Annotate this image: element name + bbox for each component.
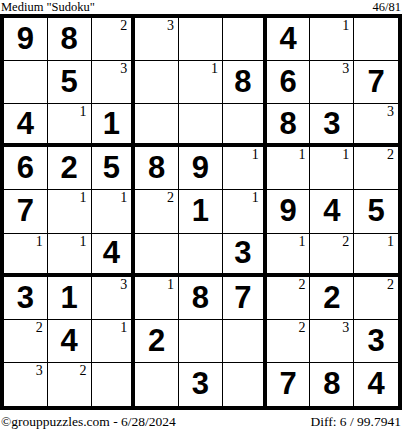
pencil-mark: 2	[80, 363, 87, 379]
cell-r4c5[interactable]: 9	[179, 147, 223, 190]
cell-r8c1[interactable]: 2	[4, 320, 48, 363]
placed-digit: 1	[179, 190, 222, 232]
placed-digit: 7	[354, 61, 398, 103]
pencil-mark: 2	[298, 277, 305, 293]
cell-r6c3[interactable]: 4	[92, 234, 136, 277]
placed-digit: 8	[267, 104, 310, 143]
cell-r2c9[interactable]: 7	[354, 61, 398, 104]
placed-digit: 8	[135, 147, 178, 189]
copyright-text: ©grouppuzzles.com - 6/28/2024	[1, 414, 176, 429]
cell-r3c1[interactable]: 4	[4, 104, 48, 147]
cell-r7c3[interactable]: 3	[92, 277, 136, 320]
placed-digit: 3	[4, 277, 47, 319]
cell-r2c1[interactable]	[4, 61, 48, 104]
cell-r3c5[interactable]	[179, 104, 223, 147]
placed-digit: 4	[310, 190, 353, 232]
placed-digit: 6	[4, 147, 47, 189]
progress-counter: 46/81	[373, 1, 401, 14]
cell-r5c7[interactable]: 9	[267, 190, 311, 233]
cell-r6c5[interactable]	[179, 234, 223, 277]
footer-bar: ©grouppuzzles.com - 6/28/2024 Diff: 6 / …	[0, 410, 402, 437]
placed-digit: 7	[223, 277, 263, 319]
cell-r5c8[interactable]: 4	[310, 190, 354, 233]
placed-digit: 4	[92, 234, 132, 273]
cell-r2c7[interactable]: 6	[267, 61, 311, 104]
cell-r3c2[interactable]: 1	[48, 104, 92, 147]
cell-r9c7[interactable]: 7	[267, 363, 311, 406]
placed-digit: 7	[4, 190, 47, 232]
cell-r5c4[interactable]: 2	[135, 190, 179, 233]
placed-digit: 4	[267, 18, 310, 60]
cell-r4c6[interactable]: 1	[223, 147, 267, 190]
cell-r1c5[interactable]	[179, 18, 223, 61]
cell-r3c7[interactable]: 8	[267, 104, 311, 147]
cell-r6c2[interactable]: 1	[48, 234, 92, 277]
cell-r2c3[interactable]: 3	[92, 61, 136, 104]
pencil-mark: 1	[36, 234, 43, 250]
cell-r1c6[interactable]	[223, 18, 267, 61]
cell-r9c4[interactable]	[135, 363, 179, 406]
cell-r7c6[interactable]: 7	[223, 277, 267, 320]
cell-r9c2[interactable]: 2	[48, 363, 92, 406]
cell-r9c5[interactable]: 3	[179, 363, 223, 406]
cell-r8c8[interactable]: 3	[310, 320, 354, 363]
cell-r7c9[interactable]: 2	[354, 277, 398, 320]
cell-r8c7[interactable]: 2	[267, 320, 311, 363]
placed-digit: 5	[48, 61, 91, 103]
cell-r9c9[interactable]: 4	[354, 363, 398, 406]
cell-r4c8[interactable]: 1	[310, 147, 354, 190]
placed-digit: 8	[179, 277, 222, 319]
pencil-mark: 1	[298, 147, 305, 163]
pencil-mark: 3	[387, 104, 394, 120]
header-bar: Medium "Sudoku" 46/81	[0, 0, 402, 14]
cell-r5c9[interactable]: 5	[354, 190, 398, 233]
placed-digit: 8	[223, 61, 263, 103]
pencil-mark: 1	[252, 147, 259, 163]
cell-r7c2[interactable]: 1	[48, 277, 92, 320]
pencil-mark: 2	[342, 234, 349, 250]
placed-digit: 5	[354, 190, 398, 232]
pencil-mark: 1	[342, 18, 349, 34]
cell-r7c7[interactable]: 2	[267, 277, 311, 320]
pencil-mark: 2	[36, 320, 43, 336]
cell-r8c4[interactable]: 2	[135, 320, 179, 363]
pencil-mark: 1	[342, 147, 349, 163]
pencil-mark: 1	[80, 190, 87, 206]
cell-r4c1[interactable]: 6	[4, 147, 48, 190]
placed-digit: 4	[4, 104, 47, 143]
cell-r5c6[interactable]: 1	[223, 190, 267, 233]
cell-r9c8[interactable]: 8	[310, 363, 354, 406]
pencil-mark: 1	[167, 277, 174, 293]
cell-r8c6[interactable]	[223, 320, 267, 363]
pencil-mark: 3	[120, 277, 127, 293]
cell-r2c2[interactable]: 5	[48, 61, 92, 104]
cell-r1c4[interactable]: 3	[135, 18, 179, 61]
cell-r6c1[interactable]: 1	[4, 234, 48, 277]
placed-digit: 7	[267, 363, 310, 406]
cell-r6c9[interactable]: 1	[354, 234, 398, 277]
pencil-mark: 2	[167, 190, 174, 206]
pencil-mark: 1	[120, 320, 127, 336]
cell-r2c5[interactable]: 1	[179, 61, 223, 104]
cell-r6c7[interactable]: 1	[267, 234, 311, 277]
pencil-mark: 3	[342, 320, 349, 336]
cell-r9c6[interactable]	[223, 363, 267, 406]
cell-r6c8[interactable]: 2	[310, 234, 354, 277]
placed-digit: 2	[48, 147, 91, 189]
cell-r7c1[interactable]: 3	[4, 277, 48, 320]
pencil-mark: 1	[80, 234, 87, 250]
placed-digit: 2	[310, 277, 353, 319]
cell-r3c9[interactable]: 3	[354, 104, 398, 147]
cell-r4c7[interactable]: 1	[267, 147, 311, 190]
difficulty-text: Diff: 6 / 99.7941	[311, 414, 402, 429]
placed-digit: 9	[4, 18, 47, 60]
placed-digit: 9	[267, 190, 310, 232]
cell-r5c3[interactable]: 1	[92, 190, 136, 233]
placed-digit: 3	[179, 363, 222, 406]
pencil-mark: 3	[120, 61, 127, 77]
cell-r1c1[interactable]: 9	[4, 18, 48, 61]
cell-r4c3[interactable]: 5	[92, 147, 136, 190]
placed-digit: 1	[48, 277, 91, 319]
pencil-mark: 1	[211, 61, 218, 77]
pencil-mark: 2	[298, 320, 305, 336]
cell-r8c3[interactable]: 1	[92, 320, 136, 363]
cell-r3c6[interactable]	[223, 104, 267, 147]
cell-r3c3[interactable]: 1	[92, 104, 136, 147]
placed-digit: 4	[354, 363, 398, 406]
cell-r2c6[interactable]: 8	[223, 61, 267, 104]
sudoku-grid: 9823415318637411833625891112711211945114…	[0, 14, 402, 410]
cell-r3c8[interactable]: 3	[310, 104, 354, 147]
cell-r1c7[interactable]: 4	[267, 18, 311, 61]
placed-digit: 9	[179, 147, 222, 189]
placed-digit: 3	[310, 104, 353, 143]
pencil-mark: 2	[120, 18, 127, 34]
placed-digit: 4	[48, 320, 91, 362]
cell-r6c4[interactable]	[135, 234, 179, 277]
pencil-mark: 3	[342, 61, 349, 77]
pencil-mark: 3	[36, 363, 43, 379]
cell-r9c3[interactable]	[92, 363, 136, 406]
placed-digit: 1	[92, 104, 132, 143]
placed-digit: 3	[223, 234, 263, 273]
cell-r2c8[interactable]: 3	[310, 61, 354, 104]
cell-r3c4[interactable]	[135, 104, 179, 147]
pencil-mark: 3	[167, 18, 174, 34]
cell-r6c6[interactable]: 3	[223, 234, 267, 277]
cell-r7c4[interactable]: 1	[135, 277, 179, 320]
pencil-mark: 1	[298, 234, 305, 250]
cell-r1c9[interactable]	[354, 18, 398, 61]
cell-r4c2[interactable]: 2	[48, 147, 92, 190]
cell-r7c5[interactable]: 8	[179, 277, 223, 320]
placed-digit: 5	[92, 147, 132, 189]
placed-digit: 8	[310, 363, 353, 406]
pencil-mark: 1	[120, 190, 127, 206]
placed-digit: 6	[267, 61, 310, 103]
pencil-mark: 1	[387, 234, 394, 250]
cell-r7c8[interactable]: 2	[310, 277, 354, 320]
placed-digit: 3	[354, 320, 398, 362]
puzzle-title: Medium "Sudoku"	[1, 1, 95, 14]
cell-r8c5[interactable]	[179, 320, 223, 363]
cell-r4c9[interactable]: 2	[354, 147, 398, 190]
cell-r2c4[interactable]	[135, 61, 179, 104]
placed-digit: 2	[135, 320, 178, 362]
cell-r1c2[interactable]: 8	[48, 18, 92, 61]
pencil-mark: 2	[387, 147, 394, 163]
cell-r4c4[interactable]: 8	[135, 147, 179, 190]
pencil-mark: 1	[80, 104, 87, 120]
pencil-mark: 2	[387, 277, 394, 293]
cell-r8c2[interactable]: 4	[48, 320, 92, 363]
pencil-mark: 1	[252, 190, 259, 206]
cell-r1c8[interactable]: 1	[310, 18, 354, 61]
cell-r8c9[interactable]: 3	[354, 320, 398, 363]
cell-r1c3[interactable]: 2	[92, 18, 136, 61]
cell-r5c1[interactable]: 7	[4, 190, 48, 233]
cell-r5c5[interactable]: 1	[179, 190, 223, 233]
cell-r9c1[interactable]: 3	[4, 363, 48, 406]
placed-digit: 8	[48, 18, 91, 60]
cell-r5c2[interactable]: 1	[48, 190, 92, 233]
